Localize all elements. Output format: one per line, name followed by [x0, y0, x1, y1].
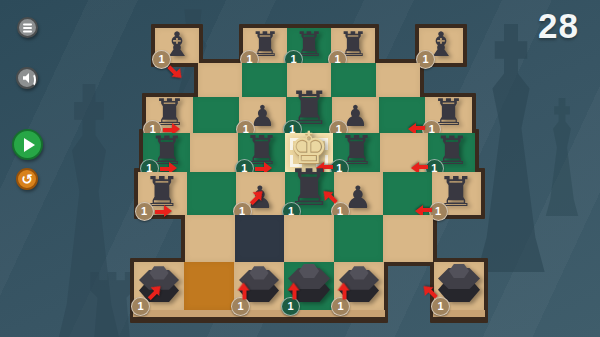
board-edge-face — [183, 310, 235, 317]
play-icon — [24, 138, 35, 152]
square-r5c4[interactable] — [284, 215, 334, 262]
move-count-badge: 1 — [331, 297, 350, 316]
move-count-badge: 1 — [135, 202, 154, 221]
square-r1c5[interactable] — [331, 63, 376, 97]
square-r3c3[interactable]: ♜1 — [238, 133, 286, 172]
move-count-badge: 1 — [281, 297, 300, 316]
square-r3c7[interactable]: ♜1 — [428, 133, 476, 172]
square-r1c2[interactable] — [198, 63, 243, 97]
square-r3c2[interactable] — [190, 133, 238, 172]
square-r4c3[interactable]: ♟1 — [236, 172, 285, 215]
game-screen: ♝1♜1♜1♜1♝1♜1♟1♜1♟1♜1♜1♜1♚♜1♜1♜1♟1♜1♟1♜11… — [0, 0, 600, 337]
square-r0c5[interactable]: ♜1 — [331, 28, 375, 63]
square-r1c3[interactable] — [242, 63, 287, 97]
speaker-icon — [23, 73, 31, 83]
menu-button[interactable] — [17, 17, 38, 38]
move-direction-arrow-n — [338, 283, 350, 300]
square-r6c4[interactable]: 1 — [284, 262, 334, 310]
move-direction-arrow-e — [155, 205, 172, 217]
score: 28 — [538, 6, 579, 46]
square-r1c6[interactable] — [376, 63, 421, 97]
square-r0c7[interactable]: ♝1 — [419, 28, 463, 63]
square-r5c5[interactable] — [334, 215, 384, 262]
move-direction-arrow-n — [238, 283, 250, 300]
square-r0c4[interactable]: ♜1 — [287, 28, 331, 63]
play-button[interactable] — [12, 129, 43, 160]
restart-icon: ↺ — [21, 172, 33, 186]
board: ♝1♜1♜1♜1♝1♜1♟1♜1♟1♜1♜1♜1♚♜1♜1♜1♟1♜1♟1♜11… — [0, 0, 600, 337]
square-r5c3[interactable] — [235, 215, 285, 262]
square-r6c3[interactable]: 1 — [234, 262, 284, 310]
square-r5c6[interactable] — [383, 215, 433, 262]
square-r3c5[interactable]: ♜1 — [333, 133, 381, 172]
square-r0c1[interactable]: ♝1 — [155, 28, 199, 63]
move-direction-arrow-n — [288, 283, 300, 300]
square-r0c3[interactable]: ♜1 — [243, 28, 287, 63]
square-r4c2[interactable] — [187, 172, 236, 215]
square-r2c2[interactable] — [193, 97, 240, 133]
square-r4c5[interactable]: ♟1 — [334, 172, 383, 215]
square-r4c1[interactable]: ♜1 — [138, 172, 187, 215]
square-r5c2[interactable] — [185, 215, 235, 262]
square-r6c5[interactable]: 1 — [334, 262, 384, 310]
move-count-badge: 1 — [231, 297, 250, 316]
square-r3c1[interactable]: ♜1 — [143, 133, 191, 172]
hamburger-icon — [23, 27, 32, 29]
sound-button[interactable] — [16, 67, 38, 89]
move-count-badge: 1 — [131, 297, 150, 316]
square-r6c7[interactable]: 1 — [434, 262, 484, 310]
move-count-badge: 1 — [431, 297, 450, 316]
restart-button[interactable]: ↺ — [16, 168, 38, 190]
square-r6c1[interactable]: 1 — [134, 262, 184, 310]
square-r6c2[interactable] — [184, 262, 234, 310]
square-r4c7[interactable]: ♜1 — [432, 172, 481, 215]
